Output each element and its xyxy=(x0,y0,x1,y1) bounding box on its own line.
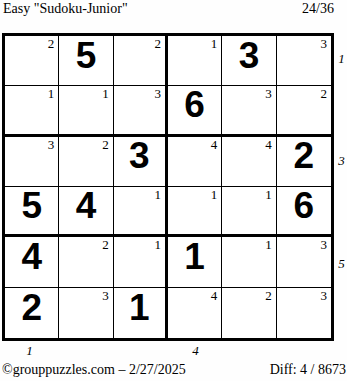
cell-value xyxy=(59,232,112,281)
cell-value: 4 xyxy=(5,232,58,281)
cell-value: 6 xyxy=(168,81,221,128)
cell-value xyxy=(114,182,165,229)
cell-value: 5 xyxy=(59,31,112,80)
cell-value: 5 xyxy=(5,182,58,229)
difficulty-info: Diff: 4 / 8673 xyxy=(0,362,346,378)
cell-r1c1[interactable]: 2 xyxy=(5,36,59,86)
cell-value xyxy=(222,132,275,181)
cell-value xyxy=(59,283,112,333)
cell-value xyxy=(59,132,112,181)
cell-r6c6[interactable]: 3 xyxy=(277,288,331,338)
cell-r3c5[interactable]: 4 xyxy=(222,137,276,187)
cell-value: 3 xyxy=(114,132,165,181)
cell-r3c6[interactable]: 2 xyxy=(277,137,331,187)
cell-value xyxy=(277,283,331,333)
cell-value xyxy=(168,283,221,333)
cell-r1c5[interactable]: 3 xyxy=(222,36,276,86)
cell-r2c3[interactable]: 3 xyxy=(114,86,168,136)
cell-r1c6[interactable]: 3 xyxy=(277,36,331,86)
cell-r6c2[interactable]: 3 xyxy=(59,288,113,338)
cell-value xyxy=(277,232,331,281)
cell-value: 1 xyxy=(114,283,165,333)
cell-r3c4[interactable]: 4 xyxy=(168,137,222,187)
cell-r4c2[interactable]: 4 xyxy=(59,187,113,237)
cell-value xyxy=(222,283,275,333)
cell-r5c1[interactable]: 4 xyxy=(5,237,59,287)
cell-r5c4[interactable]: 1 xyxy=(168,237,222,287)
cell-value xyxy=(5,81,58,128)
cell-r4c3[interactable]: 1 xyxy=(114,187,168,237)
cell-r2c4[interactable]: 6 xyxy=(168,86,222,136)
cell-value: 1 xyxy=(168,232,221,281)
cell-value xyxy=(114,31,165,80)
cell-r5c2[interactable]: 2 xyxy=(59,237,113,287)
cell-value xyxy=(222,81,275,128)
cell-value xyxy=(114,81,165,128)
cell-value xyxy=(114,232,165,281)
cell-r1c2[interactable]: 5 xyxy=(59,36,113,86)
cell-r6c1[interactable]: 2 xyxy=(5,288,59,338)
row-label-1: 1 xyxy=(336,52,347,66)
col-label-1: 1 xyxy=(2,344,57,358)
cell-value xyxy=(5,132,58,181)
board: 252133113632323442541116421113231423 xyxy=(2,33,334,341)
cell-r6c4[interactable]: 4 xyxy=(168,288,222,338)
puzzle-counter: 24/36 xyxy=(0,1,334,17)
cell-r6c5[interactable]: 2 xyxy=(222,288,276,338)
cell-value xyxy=(5,31,58,80)
cell-value xyxy=(222,232,275,281)
row-label-3: 3 xyxy=(336,154,347,168)
cell-value: 2 xyxy=(277,132,331,181)
cell-value: 6 xyxy=(277,182,331,229)
cell-r2c1[interactable]: 1 xyxy=(5,86,59,136)
cell-r2c2[interactable]: 1 xyxy=(59,86,113,136)
cell-r1c3[interactable]: 2 xyxy=(114,36,168,86)
cell-r4c4[interactable]: 1 xyxy=(168,187,222,237)
cell-r6c3[interactable]: 1 xyxy=(114,288,168,338)
cell-r4c6[interactable]: 6 xyxy=(277,187,331,237)
col-label-4: 4 xyxy=(168,344,223,358)
cell-value xyxy=(168,31,221,80)
cell-r3c3[interactable]: 3 xyxy=(114,137,168,187)
cell-r5c3[interactable]: 1 xyxy=(114,237,168,287)
cell-value xyxy=(59,81,112,128)
cell-value: 4 xyxy=(59,182,112,229)
cell-r5c5[interactable]: 1 xyxy=(222,237,276,287)
cell-r3c1[interactable]: 3 xyxy=(5,137,59,187)
cell-r2c6[interactable]: 2 xyxy=(277,86,331,136)
cell-value: 2 xyxy=(5,283,58,333)
cell-r2c5[interactable]: 3 xyxy=(222,86,276,136)
cell-value xyxy=(277,81,331,128)
cell-r1c4[interactable]: 1 xyxy=(168,36,222,86)
cell-r5c6[interactable]: 3 xyxy=(277,237,331,287)
row-label-5: 5 xyxy=(336,257,347,271)
cell-r4c1[interactable]: 5 xyxy=(5,187,59,237)
puzzle-page: { "game": "sudoku-junior-6x6", "position… xyxy=(0,0,347,381)
cell-value xyxy=(168,132,221,181)
cell-value xyxy=(168,182,221,229)
cell-r4c5[interactable]: 1 xyxy=(222,187,276,237)
cell-r3c2[interactable]: 2 xyxy=(59,137,113,187)
cell-value: 3 xyxy=(222,31,275,80)
cell-value xyxy=(222,182,275,229)
cell-value xyxy=(277,31,331,80)
